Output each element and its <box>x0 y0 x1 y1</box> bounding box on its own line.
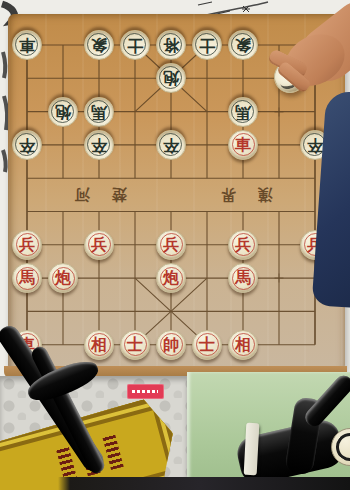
river-label-chu-he: 楚 河 <box>66 182 127 208</box>
piece-red-horse-1[interactable]: 馬 <box>12 263 42 293</box>
position-marker <box>275 107 284 116</box>
piece-red-chariot-1[interactable]: 車 <box>228 130 258 160</box>
piece-red-elephant-1[interactable]: 相 <box>84 330 114 360</box>
piece-black-horse-1[interactable]: 馬 <box>84 97 114 127</box>
white-slat <box>244 423 260 476</box>
piece-black-soldier-3[interactable]: 卒 <box>156 130 186 160</box>
piece-black-cannon-2[interactable]: 炮 <box>48 97 78 127</box>
piece-black-elephant-2[interactable]: 象 <box>228 30 258 60</box>
piece-red-pawn-4[interactable]: 兵 <box>228 230 258 260</box>
piece-black-soldier-1[interactable]: 卒 <box>12 130 42 160</box>
xiangqi-scene: 楚 河 漢 界 車象士将士象炮炮馬馬卒卒卒車卒兵兵兵兵兵馬炮炮馬車相士帥士相 <box>0 0 350 490</box>
piece-red-pawn-2[interactable]: 兵 <box>84 230 114 260</box>
banner-text-marks <box>102 434 123 470</box>
piece-black-soldier-2[interactable]: 卒 <box>84 130 114 160</box>
piece-red-horse-2[interactable]: 馬 <box>228 263 258 293</box>
piece-red-advisor-2[interactable]: 士 <box>192 330 222 360</box>
river-label-han-jie: 漢 界 <box>212 182 273 208</box>
piece-black-horse-2[interactable]: 馬 <box>228 97 258 127</box>
piece-red-advisor-1[interactable]: 士 <box>120 330 150 360</box>
piece-red-pawn-3[interactable]: 兵 <box>156 230 186 260</box>
piece-black-general[interactable]: 将 <box>156 30 186 60</box>
piece-black-chariot-1[interactable]: 車 <box>12 30 42 60</box>
piece-black-elephant-1[interactable]: 象 <box>84 30 114 60</box>
piece-red-cannon-1[interactable]: 炮 <box>48 263 78 293</box>
piece-black-advisor-2[interactable]: 士 <box>192 30 222 60</box>
position-marker <box>275 274 284 283</box>
piece-black-advisor-1[interactable]: 士 <box>120 30 150 60</box>
piece-red-elephant-2[interactable]: 相 <box>228 330 258 360</box>
piece-red-pawn-1[interactable]: 兵 <box>12 230 42 260</box>
piece-red-cannon-2[interactable]: 炮 <box>156 263 186 293</box>
bottom-dark-strip <box>0 477 350 490</box>
piece-red-general[interactable]: 帥 <box>156 330 186 360</box>
red-sticker-label <box>127 384 164 399</box>
